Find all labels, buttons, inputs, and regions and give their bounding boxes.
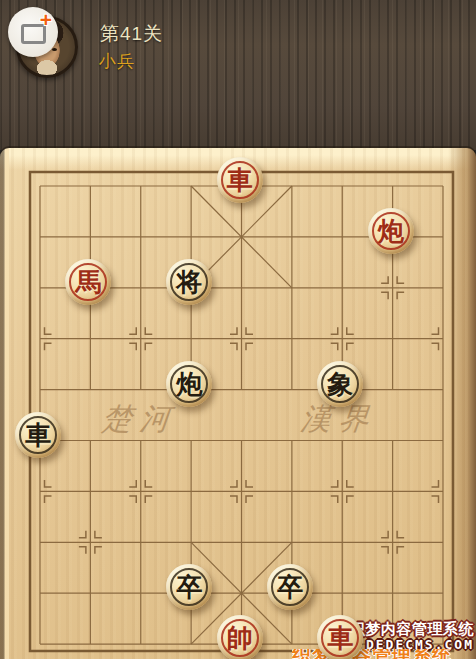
piece-glyph: 車 xyxy=(217,157,263,203)
plus-icon: + xyxy=(40,9,52,30)
piece-glyph: 卒 xyxy=(267,564,313,610)
piece-glyph: 将 xyxy=(166,259,212,305)
game-screen: + 第41关 小兵 楚河漢界 車炮馬将炮象車卒卒帥車 织梦内容管理系统 DEDE… xyxy=(0,0,476,659)
piece-glyph: 馬 xyxy=(65,259,111,305)
piece-black-cannon[interactable]: 炮 xyxy=(166,361,212,407)
piece-glyph: 帥 xyxy=(217,615,263,659)
piece-black-chariot[interactable]: 車 xyxy=(15,412,61,458)
piece-red-horse[interactable]: 馬 xyxy=(65,259,111,305)
watermark-cn: 织梦内容管理系统 xyxy=(350,621,474,636)
piece-glyph: 卒 xyxy=(166,564,212,610)
piece-red-general[interactable]: 帥 xyxy=(217,615,263,659)
piece-black-elephant[interactable]: 象 xyxy=(317,361,363,407)
header: + 第41关 小兵 xyxy=(0,0,476,150)
piece-red-chariot-2[interactable]: 車 xyxy=(317,615,363,659)
xiangqi-board[interactable]: 楚河漢界 車炮馬将炮象車卒卒帥車 xyxy=(0,148,476,659)
level-label: 第41关 xyxy=(100,21,163,47)
piece-red-cannon[interactable]: 炮 xyxy=(368,208,414,254)
piece-glyph: 炮 xyxy=(166,361,212,407)
piece-black-soldier-2[interactable]: 卒 xyxy=(267,564,313,610)
piece-glyph: 炮 xyxy=(368,208,414,254)
stage-name: 小兵 xyxy=(99,50,135,73)
piece-glyph: 象 xyxy=(317,361,363,407)
piece-black-general[interactable]: 将 xyxy=(166,259,212,305)
piece-black-soldier-1[interactable]: 卒 xyxy=(166,564,212,610)
piece-red-chariot-1[interactable]: 車 xyxy=(217,157,263,203)
screenshot-button[interactable]: + xyxy=(8,7,58,57)
piece-glyph: 車 xyxy=(15,412,61,458)
watermark: 织梦内容管理系统 DEDECMS.COM xyxy=(350,621,474,651)
piece-glyph: 車 xyxy=(317,615,363,659)
